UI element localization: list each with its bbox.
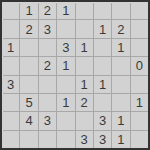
cell-r6c4-clue[interactable]: 1 — [57, 94, 74, 111]
cell-r3c7-clue[interactable]: 1 — [112, 39, 129, 56]
cell-r1c5[interactable] — [76, 2, 93, 19]
cell-r5c7[interactable] — [112, 76, 129, 93]
cell-r8c3[interactable] — [39, 131, 56, 148]
cell-r5c4[interactable] — [57, 76, 74, 93]
cell-r6c8-clue[interactable]: 1 — [131, 94, 148, 111]
cell-r7c8[interactable] — [131, 112, 148, 129]
cell-r3c4-clue[interactable]: 3 — [57, 39, 74, 56]
cell-r8c4[interactable] — [57, 131, 74, 148]
cell-r3c3[interactable] — [39, 39, 56, 56]
cell-r1c6[interactable] — [94, 2, 111, 19]
cell-r5c2[interactable] — [20, 76, 37, 93]
puzzle-board: 1212312131121031151214331331 — [0, 0, 150, 150]
cell-r5c6-clue[interactable]: 1 — [94, 76, 111, 93]
cell-r5c3[interactable] — [39, 76, 56, 93]
cell-r1c7[interactable] — [112, 2, 129, 19]
cell-r7c4[interactable] — [57, 112, 74, 129]
cell-r2c7-clue[interactable]: 2 — [112, 20, 129, 37]
cell-r4c5[interactable] — [76, 57, 93, 74]
cell-r2c8[interactable] — [131, 20, 148, 37]
cell-r7c1[interactable] — [2, 112, 19, 129]
cell-r4c6[interactable] — [94, 57, 111, 74]
cell-r8c2[interactable] — [20, 131, 37, 148]
cell-r4c8-clue[interactable]: 0 — [131, 57, 148, 74]
cell-r6c1[interactable] — [2, 94, 19, 111]
cell-r8c8[interactable] — [131, 131, 148, 148]
cell-r3c1-clue[interactable]: 1 — [2, 39, 19, 56]
cell-r2c5[interactable] — [76, 20, 93, 37]
cell-r5c1-clue[interactable]: 3 — [2, 76, 19, 93]
cell-r6c6[interactable] — [94, 94, 111, 111]
cell-r2c6-clue[interactable]: 1 — [94, 20, 111, 37]
cell-r8c7-clue[interactable]: 1 — [112, 131, 129, 148]
cell-r7c7-clue[interactable]: 1 — [112, 112, 129, 129]
cell-r8c6-clue[interactable]: 3 — [94, 131, 111, 148]
cell-r7c5[interactable] — [76, 112, 93, 129]
cell-r7c3-clue[interactable]: 3 — [39, 112, 56, 129]
cell-r1c8[interactable] — [131, 2, 148, 19]
cell-r7c6-clue[interactable]: 3 — [94, 112, 111, 129]
cell-r4c3-clue[interactable]: 2 — [39, 57, 56, 74]
cell-r5c5-clue[interactable]: 1 — [76, 76, 93, 93]
cell-r6c5-clue[interactable]: 2 — [76, 94, 93, 111]
cell-r3c6[interactable] — [94, 39, 111, 56]
cell-r2c3-clue[interactable]: 3 — [39, 20, 56, 37]
cell-r1c3-clue[interactable]: 2 — [39, 2, 56, 19]
cell-r6c3[interactable] — [39, 94, 56, 111]
cell-r3c2[interactable] — [20, 39, 37, 56]
cell-r1c2-clue[interactable]: 1 — [20, 2, 37, 19]
cell-r2c2-clue[interactable]: 2 — [20, 20, 37, 37]
cell-r3c5-clue[interactable]: 1 — [76, 39, 93, 56]
cell-r2c1[interactable] — [2, 20, 19, 37]
cell-r4c7[interactable] — [112, 57, 129, 74]
cell-r4c4-clue[interactable]: 1 — [57, 57, 74, 74]
cell-r4c2[interactable] — [20, 57, 37, 74]
cell-r8c5-clue[interactable]: 3 — [76, 131, 93, 148]
cell-r5c8[interactable] — [131, 76, 148, 93]
cell-r8c1[interactable] — [2, 131, 19, 148]
cell-r6c2-clue[interactable]: 5 — [20, 94, 37, 111]
cell-r4c1[interactable] — [2, 57, 19, 74]
cell-r6c7[interactable] — [112, 94, 129, 111]
cell-r3c8[interactable] — [131, 39, 148, 56]
cell-r2c4[interactable] — [57, 20, 74, 37]
cell-r1c1[interactable] — [2, 2, 19, 19]
cell-r7c2-clue[interactable]: 4 — [20, 112, 37, 129]
cell-r1c4-clue[interactable]: 1 — [57, 2, 74, 19]
